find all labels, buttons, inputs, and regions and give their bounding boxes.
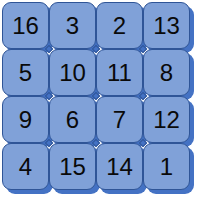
- magic-square-board: 16321351011896712415141: [0, 0, 200, 200]
- tile[interactable]: 6: [49, 96, 96, 143]
- tile[interactable]: 9: [2, 96, 49, 143]
- tile[interactable]: 5: [2, 49, 49, 96]
- tile[interactable]: 1: [143, 143, 190, 190]
- tile[interactable]: 10: [49, 49, 96, 96]
- tile[interactable]: 15: [49, 143, 96, 190]
- tile[interactable]: 2: [96, 2, 143, 49]
- tile[interactable]: 3: [49, 2, 96, 49]
- tile[interactable]: 16: [2, 2, 49, 49]
- tile[interactable]: 8: [143, 49, 190, 96]
- tile[interactable]: 13: [143, 2, 190, 49]
- tile[interactable]: 4: [2, 143, 49, 190]
- tile[interactable]: 7: [96, 96, 143, 143]
- tile[interactable]: 11: [96, 49, 143, 96]
- tile[interactable]: 12: [143, 96, 190, 143]
- tile[interactable]: 14: [96, 143, 143, 190]
